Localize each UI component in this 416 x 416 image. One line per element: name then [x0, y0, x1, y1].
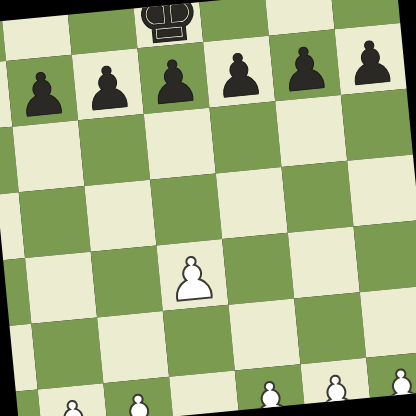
square-d3[interactable]: [97, 311, 169, 383]
square-f2[interactable]: ♟: [235, 364, 307, 416]
black-pawn-e7[interactable]: ♟: [145, 51, 202, 114]
square-c4[interactable]: [25, 252, 97, 324]
square-d7[interactable]: ♟: [72, 48, 144, 120]
black-pawn-c7[interactable]: ♟: [14, 63, 71, 126]
square-d4[interactable]: [91, 245, 163, 317]
square-g4[interactable]: [288, 226, 360, 298]
square-g5[interactable]: [281, 161, 353, 233]
square-f7[interactable]: ♟: [203, 36, 275, 108]
square-h5[interactable]: [347, 154, 416, 226]
square-g6[interactable]: [275, 95, 347, 167]
square-e4[interactable]: ♟: [156, 239, 228, 311]
square-f6[interactable]: [209, 101, 281, 173]
square-h4[interactable]: [354, 220, 416, 292]
black-pawn-h7[interactable]: ♟: [342, 32, 399, 95]
white-pawn-e4[interactable]: ♟: [164, 248, 221, 311]
square-c5[interactable]: [19, 186, 91, 258]
square-h2[interactable]: ♟: [366, 351, 416, 416]
white-pawn-d2[interactable]: ♟: [111, 385, 168, 416]
square-c2[interactable]: ♟: [38, 383, 110, 416]
square-d8[interactable]: [65, 0, 137, 55]
black-pawn-f7[interactable]: ♟: [211, 44, 268, 107]
square-g2[interactable]: ♟: [300, 358, 372, 416]
rotated-board-crop: ♚♟♟♟♟♟♟♟♟♟♟♟♟: [0, 0, 416, 416]
white-pawn-c2[interactable]: ♟: [45, 392, 102, 416]
square-c8[interactable]: [0, 0, 72, 61]
square-f4[interactable]: [222, 233, 294, 305]
black-pawn-d7[interactable]: ♟: [79, 57, 136, 120]
chess-board[interactable]: ♚♟♟♟♟♟♟♟♟♟♟♟♟: [0, 0, 416, 416]
square-f5[interactable]: [216, 167, 288, 239]
square-h6[interactable]: [341, 89, 413, 161]
square-d5[interactable]: [84, 180, 156, 252]
square-e3[interactable]: [163, 305, 235, 377]
white-pawn-h2[interactable]: ♟: [374, 360, 416, 416]
square-e8[interactable]: ♚: [131, 0, 203, 48]
square-e2[interactable]: [169, 370, 241, 416]
square-h3[interactable]: [360, 286, 416, 358]
black-pawn-g7[interactable]: ♟: [277, 38, 334, 101]
white-pawn-g2[interactable]: ♟: [308, 366, 365, 416]
square-c6[interactable]: [12, 120, 84, 192]
square-f3[interactable]: [228, 298, 300, 370]
square-d2[interactable]: ♟: [103, 377, 175, 416]
square-g7[interactable]: ♟: [269, 29, 341, 101]
square-h7[interactable]: ♟: [335, 23, 407, 95]
square-c3[interactable]: [31, 317, 103, 389]
square-c7[interactable]: ♟: [6, 55, 78, 127]
square-d6[interactable]: [78, 114, 150, 186]
square-g3[interactable]: [294, 292, 366, 364]
square-e5[interactable]: [150, 173, 222, 245]
white-pawn-f2[interactable]: ♟: [243, 373, 300, 416]
square-e6[interactable]: [144, 108, 216, 180]
screenshot-viewport: ♚♟♟♟♟♟♟♟♟♟♟♟♟: [0, 0, 416, 416]
